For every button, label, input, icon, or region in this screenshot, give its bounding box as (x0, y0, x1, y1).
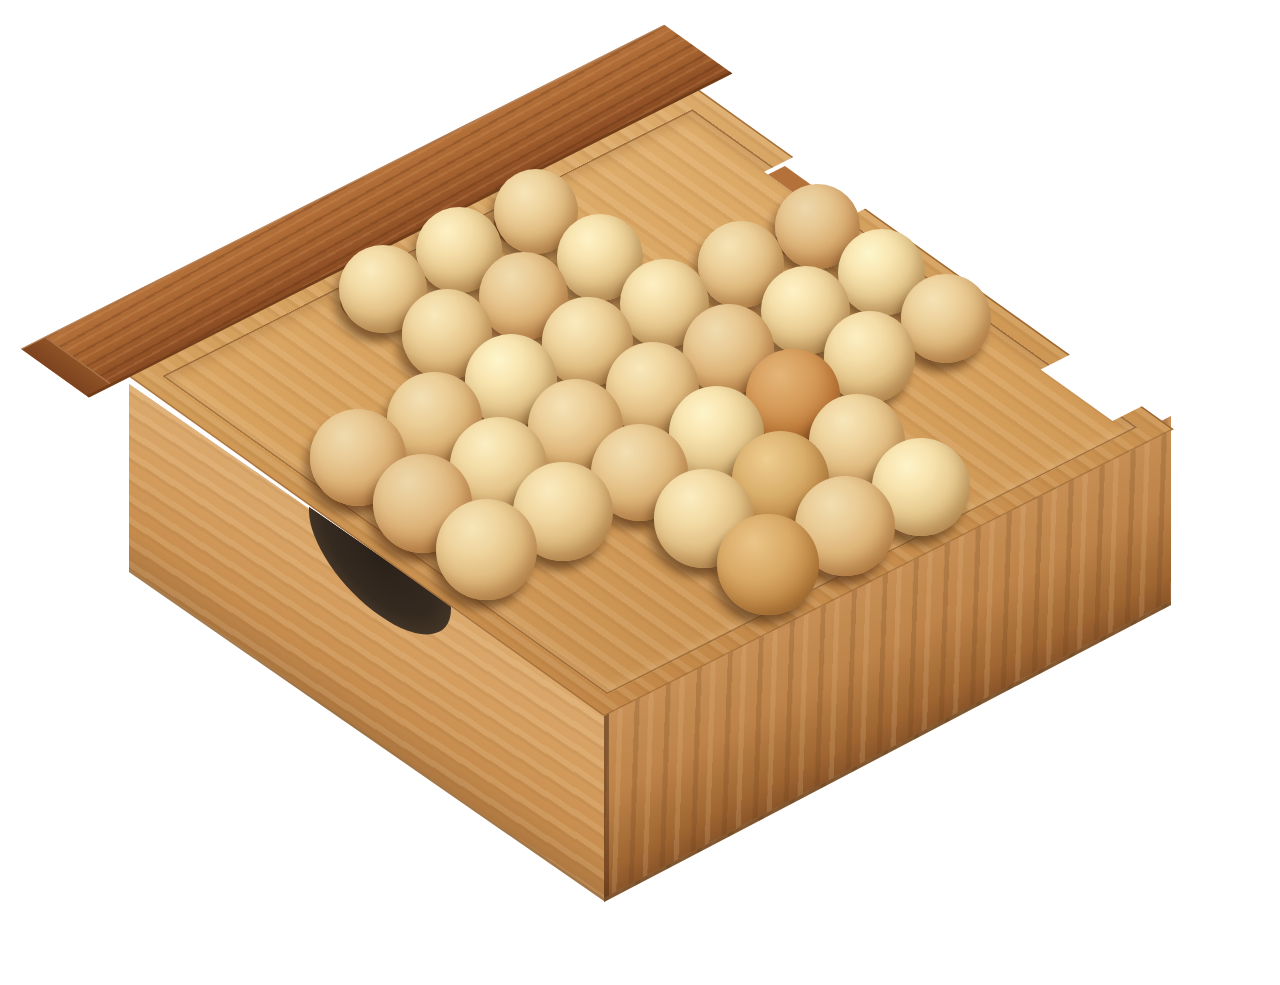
marble-layer (0, 0, 1280, 985)
marble[interactable] (436, 499, 537, 600)
marble[interactable] (717, 514, 819, 616)
marble[interactable] (901, 274, 991, 364)
solitaire-box-photo (0, 0, 1280, 985)
